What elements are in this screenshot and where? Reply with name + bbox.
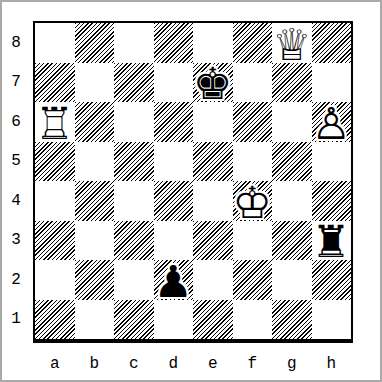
square-h5[interactable] [312, 142, 352, 182]
square-a1[interactable] [35, 300, 75, 340]
rank-label-6: 6 [2, 102, 30, 142]
square-c2[interactable] [114, 260, 154, 300]
file-label-e: e [193, 352, 233, 376]
square-f6[interactable] [233, 102, 273, 142]
square-d3[interactable] [154, 221, 194, 261]
square-e2[interactable] [193, 260, 233, 300]
square-h4[interactable] [312, 181, 352, 221]
square-g7[interactable] [272, 63, 312, 103]
square-h8[interactable] [312, 23, 352, 63]
square-a3[interactable] [35, 221, 75, 261]
square-g2[interactable] [272, 260, 312, 300]
rank-label-3: 3 [2, 221, 30, 261]
square-a5[interactable] [35, 142, 75, 182]
square-g5[interactable] [272, 142, 312, 182]
square-a8[interactable] [35, 23, 75, 63]
square-b8[interactable] [75, 23, 115, 63]
white-pawn-h6[interactable]: ♙ [312, 104, 352, 144]
square-a7[interactable] [35, 63, 75, 103]
chess-board: ♛♕♚♜♖♟♙♚♔♜♟ [33, 21, 353, 343]
square-d5[interactable] [154, 142, 194, 182]
square-e3[interactable] [193, 221, 233, 261]
square-h3[interactable]: ♜ [312, 221, 352, 261]
rank-label-8: 8 [2, 23, 30, 63]
rank-labels: 87654321 [2, 23, 30, 339]
square-b5[interactable] [75, 142, 115, 182]
square-h2[interactable] [312, 260, 352, 300]
white-rook-a6[interactable]: ♖ [35, 104, 75, 144]
white-rook-fill: ♜ [35, 104, 75, 144]
square-e1[interactable] [193, 300, 233, 340]
square-g3[interactable] [272, 221, 312, 261]
square-g6[interactable] [272, 102, 312, 142]
square-b6[interactable] [75, 102, 115, 142]
square-g4[interactable] [272, 181, 312, 221]
rank-label-5: 5 [2, 142, 30, 182]
rank-label-4: 4 [2, 181, 30, 221]
file-label-a: a [35, 352, 75, 376]
square-b2[interactable] [75, 260, 115, 300]
square-f5[interactable] [233, 142, 273, 182]
square-h6[interactable]: ♟♙ [312, 102, 352, 142]
square-c3[interactable] [114, 221, 154, 261]
file-labels: abcdefgh [35, 352, 351, 376]
square-f8[interactable] [233, 23, 273, 63]
square-c8[interactable] [114, 23, 154, 63]
square-c6[interactable] [114, 102, 154, 142]
square-b3[interactable] [75, 221, 115, 261]
square-e4[interactable] [193, 181, 233, 221]
white-queen-g8[interactable]: ♕ [272, 25, 312, 65]
square-d4[interactable] [154, 181, 194, 221]
square-f7[interactable] [233, 63, 273, 103]
square-c7[interactable] [114, 63, 154, 103]
white-king-fill: ♚ [233, 183, 273, 223]
square-a2[interactable] [35, 260, 75, 300]
square-e5[interactable] [193, 142, 233, 182]
square-d1[interactable] [154, 300, 194, 340]
square-f3[interactable] [233, 221, 273, 261]
chess-diagram: 87654321 ♛♕♚♜♖♟♙♚♔♜♟ abcdefgh [0, 0, 382, 382]
square-h7[interactable] [312, 63, 352, 103]
file-label-c: c [114, 352, 154, 376]
file-label-f: f [233, 352, 273, 376]
square-b7[interactable] [75, 63, 115, 103]
black-pawn-d2[interactable]: ♟ [154, 262, 194, 302]
square-d2[interactable]: ♟ [154, 260, 194, 300]
square-d8[interactable] [154, 23, 194, 63]
file-label-b: b [75, 352, 115, 376]
black-rook-h3[interactable]: ♜ [312, 223, 352, 263]
square-e7[interactable]: ♚ [193, 63, 233, 103]
square-f1[interactable] [233, 300, 273, 340]
square-d6[interactable] [154, 102, 194, 142]
square-d7[interactable] [154, 63, 194, 103]
square-f4[interactable]: ♚♔ [233, 181, 273, 221]
square-h1[interactable] [312, 300, 352, 340]
square-e6[interactable] [193, 102, 233, 142]
square-g1[interactable] [272, 300, 312, 340]
file-label-d: d [154, 352, 194, 376]
square-a4[interactable] [35, 181, 75, 221]
square-a6[interactable]: ♜♖ [35, 102, 75, 142]
square-f2[interactable] [233, 260, 273, 300]
square-b1[interactable] [75, 300, 115, 340]
white-king-f4[interactable]: ♔ [233, 183, 273, 223]
square-e8[interactable] [193, 23, 233, 63]
square-c4[interactable] [114, 181, 154, 221]
square-b4[interactable] [75, 181, 115, 221]
square-c1[interactable] [114, 300, 154, 340]
rank-label-7: 7 [2, 63, 30, 103]
file-label-g: g [272, 352, 312, 376]
rank-label-1: 1 [2, 300, 30, 340]
white-pawn-fill: ♟ [312, 104, 352, 144]
square-g8[interactable]: ♛♕ [272, 23, 312, 63]
square-c5[interactable] [114, 142, 154, 182]
white-queen-fill: ♛ [272, 25, 312, 65]
rank-label-2: 2 [2, 260, 30, 300]
file-label-h: h [312, 352, 352, 376]
black-king-e7[interactable]: ♚ [193, 65, 233, 105]
